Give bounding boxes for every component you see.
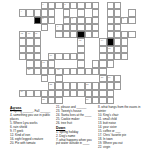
grid-cell[interactable] — [63, 68, 70, 75]
empty-space — [85, 60, 92, 67]
grid-cell[interactable]: 4 — [19, 9, 26, 16]
grid-cell[interactable] — [55, 82, 62, 89]
grid-cell[interactable] — [48, 9, 55, 16]
empty-space — [34, 24, 41, 31]
grid-cell[interactable] — [114, 9, 121, 16]
grid-cell[interactable]: 25 — [41, 97, 48, 104]
grid-cell[interactable]: 20 — [26, 68, 33, 75]
grid-cell[interactable] — [128, 31, 135, 38]
grid-cell[interactable]: 12 — [19, 31, 26, 38]
clue-number: 22 — [86, 83, 89, 86]
empty-space — [34, 2, 41, 9]
clue-column-right: 8. what hangs from the eaves in winter10… — [98, 106, 146, 150]
empty-space — [70, 97, 77, 104]
grid-cell[interactable] — [63, 53, 70, 60]
empty-space — [19, 2, 26, 9]
empty-space — [85, 75, 92, 82]
clue-number: 6 — [64, 17, 65, 20]
grid-cell[interactable]: 7 — [70, 17, 77, 24]
clue-item: 22. virgin — [98, 146, 146, 150]
clue-number: 16 — [50, 54, 53, 57]
empty-space — [92, 53, 99, 60]
empty-space — [48, 38, 55, 45]
grid-cell[interactable] — [114, 53, 121, 60]
grid-cell[interactable] — [114, 82, 121, 89]
grid-cell[interactable] — [114, 38, 121, 45]
grid-cell[interactable]: 9 — [55, 24, 62, 31]
empty-space — [85, 38, 92, 45]
grid-cell[interactable] — [48, 90, 55, 97]
grid-cell[interactable] — [41, 9, 48, 16]
grid-cell[interactable] — [107, 24, 114, 31]
grid-cell[interactable] — [26, 53, 33, 60]
clue-number: 20 — [28, 68, 31, 71]
grid-cell[interactable] — [92, 68, 99, 75]
clue-number: 9 — [57, 25, 58, 28]
empty-space — [26, 24, 33, 31]
grid-cell[interactable] — [85, 2, 92, 9]
empty-space — [41, 82, 48, 89]
grid-cell[interactable]: 11 — [34, 31, 41, 38]
grid-cell[interactable] — [107, 2, 114, 9]
empty-space — [121, 24, 128, 31]
empty-space — [121, 97, 128, 104]
empty-space — [48, 75, 55, 82]
clue-number: 18 — [57, 68, 60, 71]
empty-space — [121, 90, 128, 97]
grid-cell[interactable] — [26, 9, 33, 16]
empty-space — [121, 75, 128, 82]
grid-cell[interactable] — [55, 97, 62, 104]
grid-cell[interactable] — [99, 82, 106, 89]
grid-cell[interactable] — [114, 75, 121, 82]
empty-space — [48, 31, 55, 38]
clue-number: 17 — [42, 61, 45, 64]
clue-number: 13 — [79, 39, 82, 42]
grid-cell[interactable]: 18 — [55, 68, 62, 75]
clue-number: 15 — [108, 47, 111, 50]
clue-number: 23 — [50, 83, 53, 86]
clue-number: 7 — [71, 17, 72, 20]
empty-space — [41, 31, 48, 38]
empty-space — [85, 9, 92, 16]
empty-space — [128, 60, 135, 67]
grid-cell[interactable] — [34, 53, 41, 60]
grid-cell[interactable] — [55, 2, 62, 9]
empty-space — [128, 53, 135, 60]
grid-cell[interactable] — [41, 90, 48, 97]
grid-cell[interactable] — [128, 17, 135, 24]
grid-cell[interactable] — [63, 90, 70, 97]
grid-cell[interactable] — [107, 53, 114, 60]
grid-cell[interactable] — [70, 2, 77, 9]
grid-cell[interactable] — [63, 31, 70, 38]
grid-cell[interactable] — [19, 46, 26, 53]
empty-space — [128, 24, 135, 31]
empty-space — [114, 97, 121, 104]
grid-cell[interactable]: 5 — [41, 17, 48, 24]
empty-space — [19, 17, 26, 24]
clue-number: 11 — [35, 32, 37, 35]
grid-cell[interactable] — [77, 2, 84, 9]
grid-cell[interactable] — [19, 53, 26, 60]
black-cell — [77, 31, 84, 38]
empty-space — [70, 46, 77, 53]
empty-space — [41, 38, 48, 45]
grid-cell[interactable] — [77, 9, 84, 16]
clue-number: 12 — [20, 32, 23, 35]
grid-cell[interactable]: 2 — [63, 2, 70, 9]
empty-space — [107, 68, 114, 75]
grid-cell[interactable] — [99, 46, 106, 53]
empty-space — [92, 38, 99, 45]
grid-cell[interactable] — [70, 82, 77, 89]
grid-cell[interactable] — [55, 31, 62, 38]
grid-cell[interactable] — [107, 60, 114, 67]
grid-cell[interactable]: 6 — [63, 17, 70, 24]
grid-cell[interactable] — [107, 97, 114, 104]
grid-cell[interactable] — [107, 90, 114, 97]
grid-cell[interactable] — [34, 90, 41, 97]
grid-cell[interactable] — [41, 24, 48, 31]
empty-space — [85, 53, 92, 60]
grid-cell[interactable] — [92, 17, 99, 24]
empty-space — [34, 75, 41, 82]
crossword-page: 1245678912101113141516172018211923222425… — [0, 0, 150, 150]
grid-cell[interactable] — [107, 9, 114, 16]
empty-space — [128, 38, 135, 45]
grid-cell[interactable]: 19 — [107, 75, 114, 82]
clue-number: 21 — [101, 76, 104, 79]
grid-cell[interactable] — [99, 90, 106, 97]
grid-cell[interactable] — [34, 9, 41, 16]
grid-cell[interactable] — [77, 24, 84, 31]
empty-space — [99, 2, 106, 9]
clue-number: 26 — [86, 98, 89, 101]
grid-cell[interactable] — [121, 53, 128, 60]
grid-cell[interactable] — [41, 68, 48, 75]
empty-space — [114, 68, 121, 75]
clue-number: 24 — [20, 90, 23, 93]
empty-space — [99, 9, 106, 16]
empty-space — [128, 2, 135, 9]
empty-space — [121, 68, 128, 75]
empty-space — [63, 75, 70, 82]
grid-cell[interactable] — [121, 46, 128, 53]
grid-cell[interactable] — [121, 38, 128, 45]
crossword-grid: 1245678912101113141516172018211923222425… — [19, 2, 136, 104]
empty-space — [70, 60, 77, 67]
empty-space — [55, 60, 62, 67]
grid-cell[interactable] — [92, 90, 99, 97]
empty-space — [128, 90, 135, 97]
grid-cell[interactable] — [26, 38, 33, 45]
grid-cell[interactable]: 22 — [85, 82, 92, 89]
empty-space — [77, 75, 84, 82]
grid-cell[interactable] — [48, 17, 55, 24]
empty-space — [41, 53, 48, 60]
grid-cell[interactable] — [85, 31, 92, 38]
grid-cell[interactable] — [99, 53, 106, 60]
empty-space — [26, 17, 33, 24]
grid-cell[interactable] — [114, 46, 121, 53]
grid-cell[interactable] — [107, 31, 114, 38]
empty-space — [128, 82, 135, 89]
grid-cell[interactable] — [63, 24, 70, 31]
grid-cell[interactable] — [26, 90, 33, 97]
grid-cell[interactable] — [77, 82, 84, 89]
clue-item: 7. what happens when you put water outsi… — [56, 139, 96, 146]
grid-cell[interactable] — [77, 17, 84, 24]
grid-cell[interactable] — [85, 90, 92, 97]
grid-cell[interactable]: 24 — [19, 90, 26, 97]
empty-space — [121, 82, 128, 89]
empty-space — [92, 46, 99, 53]
grid-cell[interactable] — [26, 46, 33, 53]
empty-space — [34, 97, 41, 104]
grid-cell[interactable] — [77, 68, 84, 75]
empty-space — [70, 38, 77, 45]
clue-item: 26. tree fruit — [56, 122, 96, 126]
empty-space — [99, 31, 106, 38]
empty-space — [128, 75, 135, 82]
grid-cell[interactable] — [70, 53, 77, 60]
empty-space — [55, 38, 62, 45]
grid-cell[interactable] — [92, 9, 99, 16]
grid-cell[interactable] — [99, 97, 106, 104]
empty-space — [26, 97, 33, 104]
empty-space — [19, 24, 26, 31]
grid-cell[interactable] — [77, 46, 84, 53]
clue-item: 8. what hangs from the eaves in winter — [98, 106, 146, 113]
clue-number: 1 — [42, 3, 43, 6]
grid-cell[interactable] — [55, 53, 62, 60]
grid-cell[interactable] — [92, 24, 99, 31]
clue-number: 8 — [123, 17, 124, 20]
clue-number: 14 — [101, 39, 104, 42]
grid-cell[interactable] — [92, 97, 99, 104]
grid-cell[interactable] — [77, 53, 84, 60]
empty-space — [99, 24, 106, 31]
empty-space — [19, 97, 26, 104]
grid-cell[interactable]: 21 — [99, 75, 106, 82]
empty-space — [99, 17, 106, 24]
empty-space — [121, 2, 128, 9]
empty-space — [55, 9, 62, 16]
empty-space — [63, 97, 70, 104]
empty-space — [63, 38, 70, 45]
clue-item: 20. Pie with tomato — [10, 142, 54, 146]
clue-column-middle: 21. please and ______23. Tweety's house2… — [56, 106, 96, 146]
empty-space — [41, 46, 48, 53]
black-cell — [34, 17, 41, 24]
empty-space — [55, 17, 62, 24]
black-cell — [107, 38, 114, 45]
grid-cell[interactable] — [114, 17, 121, 24]
grid-cell[interactable] — [77, 60, 84, 67]
clue-column-left: Across1. Spring ______, Fall ______4. so… — [10, 106, 54, 146]
grid-cell[interactable] — [92, 60, 99, 67]
grid-cell[interactable]: 8 — [121, 17, 128, 24]
grid-cell[interactable] — [63, 82, 70, 89]
grid-cell[interactable] — [19, 38, 26, 45]
empty-space — [26, 2, 33, 9]
grid-cell[interactable] — [34, 38, 41, 45]
empty-space — [114, 60, 121, 67]
grid-cell[interactable] — [70, 24, 77, 31]
grid-cell[interactable] — [55, 75, 62, 82]
grid-cell[interactable] — [41, 75, 48, 82]
empty-space — [92, 75, 99, 82]
grid-cell[interactable] — [48, 60, 55, 67]
grid-cell[interactable] — [48, 97, 55, 104]
grid-cell[interactable]: 17 — [41, 60, 48, 67]
grid-cell[interactable] — [107, 17, 114, 24]
clue-number: 5 — [42, 17, 43, 20]
empty-space — [34, 82, 41, 89]
grid-cell[interactable] — [85, 17, 92, 24]
empty-space — [70, 75, 77, 82]
empty-space — [128, 68, 135, 75]
grid-cell[interactable] — [114, 2, 121, 9]
empty-space — [19, 75, 26, 82]
grid-cell[interactable] — [107, 82, 114, 89]
grid-cell[interactable]: 13 — [77, 38, 84, 45]
empty-space — [63, 46, 70, 53]
grid-cell[interactable] — [70, 68, 77, 75]
grid-cell[interactable] — [63, 9, 70, 16]
empty-space — [19, 82, 26, 89]
empty-space — [114, 90, 121, 97]
grid-cell[interactable] — [48, 68, 55, 75]
grid-cell[interactable] — [92, 31, 99, 38]
grid-cell[interactable] — [114, 31, 121, 38]
grid-cell[interactable]: 10 — [26, 31, 33, 38]
grid-cell[interactable] — [128, 9, 135, 16]
empty-space — [70, 9, 77, 16]
empty-space — [85, 46, 92, 53]
grid-cell[interactable]: 14 — [99, 38, 106, 45]
grid-cell[interactable] — [34, 46, 41, 53]
grid-cell[interactable] — [114, 24, 121, 31]
grid-cell[interactable]: 26 — [85, 97, 92, 104]
empty-space — [26, 82, 33, 89]
grid-cell[interactable]: 16 — [48, 53, 55, 60]
empty-space — [55, 46, 62, 53]
grid-cell[interactable] — [26, 60, 33, 67]
empty-space — [63, 60, 70, 67]
clue-number: 25 — [42, 98, 45, 101]
empty-space — [19, 68, 26, 75]
grid-cell[interactable]: 23 — [48, 82, 55, 89]
grid-cell[interactable] — [70, 90, 77, 97]
grid-cell[interactable] — [70, 31, 77, 38]
empty-space — [19, 60, 26, 67]
clue-number: 4 — [20, 10, 21, 13]
empty-space — [48, 46, 55, 53]
empty-space — [48, 24, 55, 31]
grid-cell[interactable] — [85, 24, 92, 31]
grid-cell[interactable] — [99, 68, 106, 75]
grid-cell[interactable] — [34, 60, 41, 67]
empty-space — [128, 97, 135, 104]
grid-cell[interactable]: 1 — [41, 2, 48, 9]
grid-cell[interactable] — [55, 90, 62, 97]
empty-space — [26, 75, 33, 82]
clue-number: 2 — [64, 3, 65, 6]
grid-cell[interactable] — [85, 68, 92, 75]
grid-cell[interactable] — [92, 2, 99, 9]
empty-space — [128, 46, 135, 53]
grid-cell[interactable] — [34, 68, 41, 75]
grid-cell[interactable] — [121, 31, 128, 38]
grid-cell[interactable] — [48, 2, 55, 9]
empty-space — [77, 97, 84, 104]
grid-cell[interactable] — [77, 90, 84, 97]
grid-cell[interactable] — [92, 82, 99, 89]
clue-number: 10 — [28, 32, 31, 35]
grid-cell[interactable] — [99, 60, 106, 67]
empty-space — [121, 9, 128, 16]
grid-cell[interactable]: 15 — [107, 46, 114, 53]
empty-space — [121, 60, 128, 67]
clue-number: 19 — [108, 76, 111, 79]
